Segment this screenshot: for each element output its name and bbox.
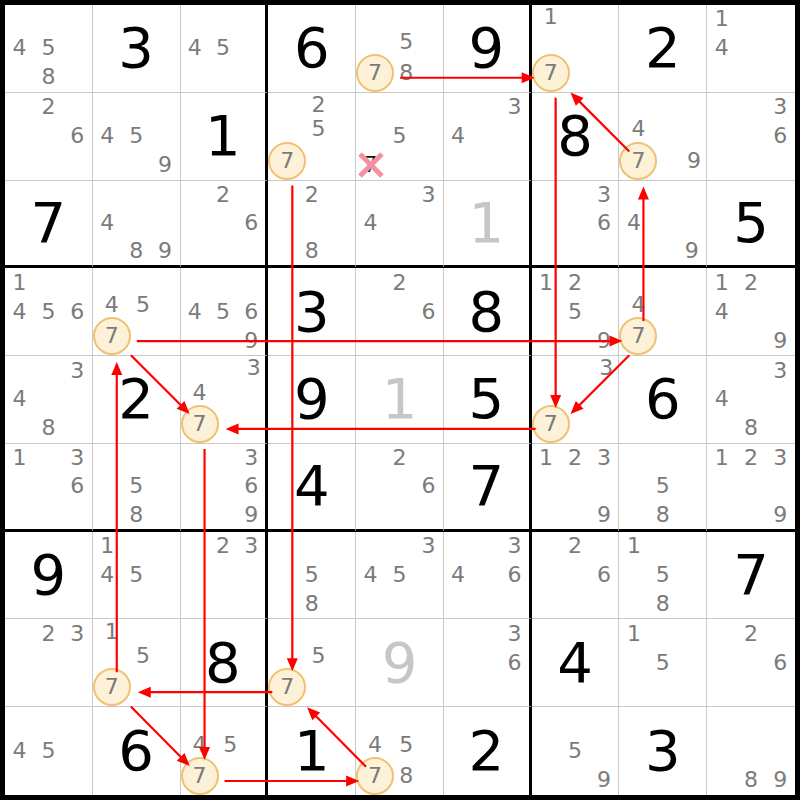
pencil-marks: 587 — [356, 5, 443, 92]
chain-node-7: 7 — [532, 54, 570, 92]
candidate-3: 3 — [63, 619, 92, 648]
pencil-marks: 15 — [619, 619, 706, 706]
candidate-5: 5 — [306, 644, 330, 668]
candidate-5: 5 — [34, 736, 63, 765]
pencil-marks: 4569 — [181, 268, 266, 355]
candidate-5: 5 — [648, 561, 677, 590]
pencil-marks: 26 — [532, 532, 619, 619]
pencil-marks: 158 — [619, 532, 706, 619]
candidate-1: 1 — [707, 5, 736, 34]
candidate-8: 8 — [736, 414, 765, 443]
chain-node-7: 7 — [181, 757, 219, 795]
candidate-8: 8 — [297, 590, 326, 619]
candidate-5: 5 — [561, 736, 590, 765]
cell-r9c4[interactable]: 1 — [268, 707, 356, 795]
chain-node-7: 7 — [268, 142, 306, 180]
candidate-9: 9 — [237, 500, 265, 528]
candidate-5: 5 — [209, 297, 237, 326]
candidate-5: 5 — [122, 561, 151, 590]
pencil-marks: 497 — [619, 93, 706, 180]
candidate-5: 5 — [394, 732, 418, 757]
cell-r2c7[interactable]: 8 — [532, 93, 620, 181]
candidate-2: 2 — [385, 268, 414, 297]
candidate-6: 6 — [766, 648, 795, 677]
cell-r6c7[interactable]: 1239 — [532, 444, 620, 532]
candidate-8: 8 — [122, 237, 151, 265]
cell-value: 3 — [619, 707, 706, 795]
candidate-2: 2 — [306, 93, 330, 117]
cell-r6c9[interactable]: 1239 — [707, 444, 795, 532]
pencil-marks: 26 — [356, 444, 443, 529]
cell-r7c4[interactable]: 58 — [268, 532, 356, 620]
candidate-5: 5 — [297, 561, 326, 590]
cell-r6c8[interactable]: 58 — [619, 444, 707, 532]
cell-value: 6 — [619, 356, 706, 443]
cell-r4c9[interactable]: 1249 — [707, 268, 795, 356]
cell-r5c6[interactable]: 5 — [444, 356, 532, 444]
cell-r4c5[interactable]: 26 — [356, 268, 444, 356]
candidate-1: 1 — [532, 268, 561, 297]
cell-r1c6[interactable]: 9 — [444, 5, 532, 93]
chain-node-7: 7 — [619, 142, 657, 180]
candidate-5: 5 — [122, 122, 151, 151]
cell-r9c9[interactable]: 89 — [707, 707, 795, 795]
pencil-marks: 145 — [93, 532, 180, 619]
chain-node-7: 7 — [619, 317, 657, 355]
pencil-marks: 59 — [532, 707, 619, 795]
candidate-2: 2 — [34, 619, 63, 648]
candidate-9: 9 — [590, 500, 619, 528]
candidate-1: 1 — [707, 444, 736, 472]
candidate-4: 4 — [181, 297, 209, 326]
candidate-1: 1 — [5, 444, 34, 472]
candidate-5: 5 — [561, 297, 590, 326]
candidate-4: 4 — [181, 380, 219, 404]
cell-r7c2[interactable]: 145 — [93, 532, 181, 620]
pencil-marks: 1249 — [707, 268, 795, 355]
candidate-4: 4 — [181, 732, 219, 757]
chain-node-7: 7 — [532, 405, 570, 443]
cell-r2c1[interactable]: 26 — [5, 93, 93, 181]
cell-r9c6[interactable]: 2 — [444, 707, 532, 795]
pending-value: 9 — [356, 619, 443, 706]
pencil-marks: 34 — [444, 93, 529, 180]
pencil-marks: 1239 — [707, 444, 795, 529]
candidate-1: 1 — [93, 532, 122, 561]
cell-value: 7 — [5, 181, 92, 266]
cell-r4c1[interactable]: 1456 — [5, 268, 93, 356]
candidate-2: 2 — [34, 93, 63, 122]
candidate-5: 5 — [648, 472, 677, 500]
cell-r3c7[interactable]: 36 — [532, 181, 620, 269]
cell-value: 8 — [181, 619, 266, 706]
pencil-marks: 26 — [356, 268, 443, 355]
cell-r7c1[interactable]: 9 — [5, 532, 93, 620]
cell-r6c4[interactable]: 4 — [268, 444, 356, 532]
cell-r2c9[interactable]: 36 — [707, 93, 795, 181]
candidate-3: 3 — [242, 356, 265, 380]
cell-r7c5[interactable]: 345 — [356, 532, 444, 620]
pencil-marks: 28 — [268, 181, 355, 266]
pencil-marks: 489 — [93, 181, 180, 266]
pencil-marks: 1259 — [532, 268, 619, 355]
cell-r7c7[interactable]: 26 — [532, 532, 620, 620]
candidate-6: 6 — [237, 297, 265, 326]
candidate-9: 9 — [677, 237, 706, 265]
cell-r3c5[interactable]: 34 — [356, 181, 444, 269]
candidate-1: 1 — [532, 5, 570, 29]
candidate-3: 3 — [63, 356, 92, 385]
cell-r3c3[interactable]: 26 — [181, 181, 269, 269]
cell-r3c2[interactable]: 489 — [93, 181, 181, 269]
pencil-marks: 457 — [181, 707, 266, 795]
pencil-marks: 458 — [5, 5, 92, 92]
pencil-marks: 347 — [181, 356, 266, 443]
pencil-marks: 89 — [707, 707, 795, 795]
cell-r5c4[interactable]: 9 — [268, 356, 356, 444]
candidate-4: 4 — [356, 209, 385, 237]
chain-node-7: 7 — [356, 757, 394, 795]
pencil-marks: 49 — [619, 181, 706, 266]
cell-r8c4[interactable]: 57 — [268, 619, 356, 707]
candidate-9: 9 — [766, 500, 795, 528]
cell-r4c7[interactable]: 1259 — [532, 268, 620, 356]
candidate-1: 1 — [532, 444, 561, 472]
candidate-6: 6 — [590, 561, 619, 590]
cell-r4c3[interactable]: 4569 — [181, 268, 269, 356]
pencil-marks: 4587 — [356, 707, 443, 795]
cell-value: 7 — [707, 532, 795, 619]
cell-r9c1[interactable]: 45 — [5, 707, 93, 795]
cell-r2c5[interactable]: 57 — [356, 93, 444, 181]
cell-value: 2 — [619, 5, 706, 92]
cell-r7c9[interactable]: 7 — [707, 532, 795, 620]
pencil-marks: 1239 — [532, 444, 619, 529]
candidate-8: 8 — [394, 757, 418, 795]
candidate-3: 3 — [594, 356, 618, 380]
candidate-4: 4 — [5, 385, 34, 414]
pencil-marks: 348 — [707, 356, 795, 443]
pencil-marks: 45 — [5, 707, 92, 795]
candidate-6: 6 — [237, 209, 265, 237]
cell-r3c9[interactable]: 5 — [707, 181, 795, 269]
cell-r3c4[interactable]: 28 — [268, 181, 356, 269]
pencil-marks: 26 — [181, 181, 266, 266]
cell-r1c2[interactable]: 3 — [93, 5, 181, 93]
cell-r6c2[interactable]: 58 — [93, 444, 181, 532]
cell-value: 9 — [444, 5, 529, 92]
cell-r2c3[interactable]: 1 — [181, 93, 269, 181]
candidate-4: 4 — [5, 736, 34, 765]
pencil-marks: 457 — [93, 268, 180, 355]
candidate-3: 3 — [237, 532, 265, 561]
pencil-marks: 45 — [181, 5, 266, 92]
pencil-marks: 58 — [619, 444, 706, 529]
candidate-2: 2 — [736, 444, 765, 472]
cell-r9c5[interactable]: 4587 — [356, 707, 444, 795]
candidate-5: 5 — [219, 732, 242, 757]
candidate-4: 4 — [5, 34, 34, 63]
candidate-2: 2 — [736, 619, 765, 648]
cell-r1c7[interactable]: 17 — [532, 5, 620, 93]
pending-value: 1 — [444, 181, 529, 266]
candidate-4: 4 — [93, 209, 122, 237]
cell-value: 8 — [532, 93, 619, 180]
candidate-2: 2 — [561, 444, 590, 472]
pencil-marks: 36 — [532, 181, 619, 266]
candidate-9: 9 — [682, 142, 706, 180]
pencil-marks: 1456 — [5, 268, 92, 355]
cell-r8c6[interactable]: 36 — [444, 619, 532, 707]
candidate-6: 6 — [414, 297, 443, 326]
pencil-marks: 37 — [532, 356, 619, 443]
cell-r5c2[interactable]: 2 — [93, 356, 181, 444]
pencil-marks: 136 — [5, 444, 92, 529]
cell-value: 2 — [93, 356, 180, 443]
cell-value: 4 — [268, 444, 355, 529]
cell-r5c5[interactable]: 1 — [356, 356, 444, 444]
cell-r2c8[interactable]: 497 — [619, 93, 707, 181]
candidate-5: 5 — [131, 644, 155, 668]
candidate-4: 4 — [707, 385, 736, 414]
chain-node-7: 7 — [181, 405, 219, 443]
cell-r9c3[interactable]: 457 — [181, 707, 269, 795]
cell-r1c8[interactable]: 2 — [619, 5, 707, 93]
cell-r8c1[interactable]: 23 — [5, 619, 93, 707]
candidate-4: 4 — [181, 34, 209, 63]
cell-r5c3[interactable]: 347 — [181, 356, 269, 444]
candidate-9: 9 — [151, 237, 180, 265]
cell-r7c3[interactable]: 23 — [181, 532, 269, 620]
candidate-4: 4 — [5, 297, 34, 326]
pending-value: 1 — [356, 356, 443, 443]
cell-r4c6[interactable]: 8 — [444, 268, 532, 356]
candidate-5: 5 — [34, 297, 63, 326]
cell-value: 9 — [268, 356, 355, 443]
candidate-6: 6 — [414, 472, 443, 500]
candidate-5: 5 — [648, 648, 677, 677]
candidate-3: 3 — [766, 93, 795, 122]
cell-r7c8[interactable]: 158 — [619, 532, 707, 620]
candidate-1: 1 — [619, 619, 648, 648]
eliminated-candidate-7: 7 — [356, 151, 385, 180]
candidate-5: 5 — [209, 34, 237, 63]
candidate-3: 3 — [500, 93, 528, 122]
candidate-4: 4 — [444, 122, 472, 151]
cell-value: 5 — [707, 181, 795, 266]
cell-r6c1[interactable]: 136 — [5, 444, 93, 532]
cell-r4c8[interactable]: 47 — [619, 268, 707, 356]
candidate-4: 4 — [356, 732, 394, 757]
candidate-8: 8 — [648, 500, 677, 528]
cell-r8c7[interactable]: 4 — [532, 619, 620, 707]
candidate-8: 8 — [297, 237, 326, 265]
cell-r3c6[interactable]: 1 — [444, 181, 532, 269]
cell-r2c4[interactable]: 257 — [268, 93, 356, 181]
cell-value: 6 — [93, 707, 180, 795]
pencil-marks: 58 — [93, 444, 180, 529]
candidate-2: 2 — [736, 268, 765, 297]
chain-node-7: 7 — [93, 317, 131, 355]
candidate-9: 9 — [151, 151, 180, 180]
candidate-6: 6 — [590, 209, 619, 237]
candidate-8: 8 — [122, 500, 151, 528]
pencil-marks: 23 — [181, 532, 266, 619]
cell-r9c8[interactable]: 3 — [619, 707, 707, 795]
cell-r8c5[interactable]: 9 — [356, 619, 444, 707]
candidate-6: 6 — [500, 648, 528, 677]
candidate-5: 5 — [34, 34, 63, 63]
candidate-2: 2 — [209, 181, 237, 209]
candidate-4: 4 — [93, 561, 122, 590]
candidate-3: 3 — [500, 532, 528, 561]
pencil-marks: 36 — [707, 93, 795, 180]
pencil-marks: 26 — [707, 619, 795, 706]
candidate-9: 9 — [766, 766, 795, 795]
candidate-5: 5 — [131, 293, 155, 317]
cell-r8c8[interactable]: 15 — [619, 619, 707, 707]
candidate-3: 3 — [590, 444, 619, 472]
candidate-1: 1 — [619, 532, 648, 561]
cell-r8c9[interactable]: 26 — [707, 619, 795, 707]
candidate-3: 3 — [414, 181, 443, 209]
candidate-4: 4 — [93, 122, 122, 151]
candidate-6: 6 — [63, 297, 92, 326]
cell-r8c3[interactable]: 8 — [181, 619, 269, 707]
cell-r9c7[interactable]: 59 — [532, 707, 620, 795]
candidate-1: 1 — [707, 268, 736, 297]
cell-r6c6[interactable]: 7 — [444, 444, 532, 532]
cell-value: 3 — [268, 268, 355, 355]
cell-value: 5 — [444, 356, 529, 443]
candidate-2: 2 — [561, 268, 590, 297]
candidate-4: 4 — [619, 209, 648, 237]
pencil-marks: 345 — [356, 532, 443, 619]
candidate-8: 8 — [394, 54, 418, 92]
candidate-2: 2 — [385, 444, 414, 472]
pencil-marks: 23 — [5, 619, 92, 706]
pencil-marks: 36 — [444, 619, 529, 706]
cell-r2c6[interactable]: 34 — [444, 93, 532, 181]
candidate-8: 8 — [648, 590, 677, 619]
candidate-6: 6 — [63, 122, 92, 151]
candidate-8: 8 — [34, 63, 63, 92]
cell-r6c5[interactable]: 26 — [356, 444, 444, 532]
pencil-marks: 34 — [356, 181, 443, 266]
cell-r3c8[interactable]: 49 — [619, 181, 707, 269]
candidate-4: 4 — [707, 297, 736, 326]
cell-value: 7 — [444, 444, 529, 529]
cell-r2c2[interactable]: 459 — [93, 93, 181, 181]
pencil-marks: 346 — [444, 532, 529, 619]
candidate-9: 9 — [590, 766, 619, 795]
pencil-marks: 47 — [619, 268, 706, 355]
candidate-4: 4 — [619, 117, 657, 141]
candidate-3: 3 — [237, 444, 265, 472]
sudoku-board: 4583456587917214264591257573484973674892… — [0, 0, 800, 800]
candidate-8: 8 — [736, 766, 765, 795]
pencil-marks: 58 — [268, 532, 355, 619]
candidate-2: 2 — [297, 181, 326, 209]
cell-r5c9[interactable]: 348 — [707, 356, 795, 444]
cell-r5c8[interactable]: 6 — [619, 356, 707, 444]
candidate-9: 9 — [237, 326, 265, 355]
chain-node-7: 7 — [93, 668, 131, 706]
candidate-3: 3 — [766, 444, 795, 472]
candidate-5: 5 — [306, 117, 330, 141]
cell-value: 6 — [268, 5, 355, 92]
candidate-4: 4 — [444, 561, 472, 590]
cell-r4c2[interactable]: 457 — [93, 268, 181, 356]
cell-value: 8 — [444, 268, 529, 355]
cell-value: 1 — [181, 93, 266, 180]
pencil-marks: 57 — [268, 619, 355, 706]
chain-node-7: 7 — [356, 54, 394, 92]
cell-r1c1[interactable]: 458 — [5, 5, 93, 93]
cell-r5c1[interactable]: 348 — [5, 356, 93, 444]
cell-r8c2[interactable]: 157 — [93, 619, 181, 707]
cell-r5c7[interactable]: 37 — [532, 356, 620, 444]
candidate-2: 2 — [209, 532, 237, 561]
candidate-9: 9 — [766, 326, 795, 355]
candidate-1: 1 — [5, 268, 34, 297]
candidate-6: 6 — [766, 122, 795, 151]
candidate-4: 4 — [707, 34, 736, 63]
pencil-marks: 57 — [356, 93, 443, 180]
candidate-3: 3 — [500, 619, 528, 648]
cell-value: 3 — [93, 5, 180, 92]
candidate-5: 5 — [385, 122, 414, 151]
cell-r1c5[interactable]: 587 — [356, 5, 444, 93]
chain-node-7: 7 — [268, 668, 306, 706]
candidate-3: 3 — [766, 356, 795, 385]
pencil-marks: 157 — [93, 619, 180, 706]
candidate-6: 6 — [500, 561, 528, 590]
candidate-2: 2 — [561, 532, 590, 561]
candidate-3: 3 — [414, 532, 443, 561]
candidate-4: 4 — [93, 293, 131, 317]
cell-value: 1 — [268, 707, 355, 795]
candidate-6: 6 — [237, 472, 265, 500]
cell-r9c2[interactable]: 6 — [93, 707, 181, 795]
cell-value: 2 — [444, 707, 529, 795]
pencil-marks: 17 — [532, 5, 619, 92]
pencil-marks: 348 — [5, 356, 92, 443]
cell-r4c4[interactable]: 3 — [268, 268, 356, 356]
candidate-4: 4 — [619, 293, 657, 317]
candidate-5: 5 — [122, 472, 151, 500]
candidate-8: 8 — [34, 414, 63, 443]
pencil-marks: 26 — [5, 93, 92, 180]
cell-r3c1[interactable]: 7 — [5, 181, 93, 269]
pencil-marks: 369 — [181, 444, 266, 529]
cell-value: 9 — [5, 532, 92, 619]
pencil-marks: 459 — [93, 93, 180, 180]
cell-r6c3[interactable]: 369 — [181, 444, 269, 532]
cell-r1c4[interactable]: 6 — [268, 5, 356, 93]
cell-value: 4 — [532, 619, 619, 706]
cell-r7c6[interactable]: 346 — [444, 532, 532, 620]
candidate-1: 1 — [93, 619, 131, 643]
candidate-6: 6 — [63, 472, 92, 500]
candidate-5: 5 — [394, 29, 418, 53]
candidate-3: 3 — [63, 444, 92, 472]
candidate-9: 9 — [590, 326, 619, 355]
cell-r1c3[interactable]: 45 — [181, 5, 269, 93]
cell-r1c9[interactable]: 14 — [707, 5, 795, 93]
candidate-4: 4 — [356, 561, 385, 590]
pencil-marks: 14 — [707, 5, 795, 92]
